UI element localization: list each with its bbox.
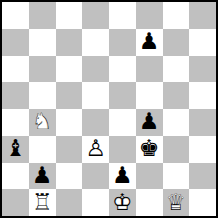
black-pawn-icon: ♟ (32, 163, 53, 186)
square-b3[interactable] (29, 136, 56, 163)
square-h2[interactable] (189, 163, 216, 190)
piece-black-pawn[interactable]: ♟ (136, 29, 163, 56)
square-f2[interactable] (136, 163, 163, 190)
piece-white-rook[interactable]: ♜♖ (29, 189, 56, 216)
square-h3[interactable] (189, 136, 216, 163)
square-c5[interactable] (56, 82, 83, 109)
square-a5[interactable] (2, 82, 29, 109)
square-h5[interactable] (189, 82, 216, 109)
square-h1[interactable] (189, 189, 216, 216)
square-f8[interactable] (136, 2, 163, 29)
piece-white-pawn[interactable]: ♟♙ (82, 136, 109, 163)
square-d8[interactable] (82, 2, 109, 29)
white-rook-icon: ♖ (32, 190, 53, 213)
chess-board: ♟♞♘♟♝♟♙♚♟♟♜♖♚♔♛♕ (0, 0, 218, 218)
white-queen-icon: ♕ (166, 190, 187, 213)
square-a7[interactable] (2, 29, 29, 56)
black-pawn-icon: ♟ (139, 110, 160, 133)
square-b6[interactable] (29, 56, 56, 83)
square-a6[interactable] (2, 56, 29, 83)
square-g5[interactable] (163, 82, 190, 109)
square-f7[interactable]: ♟ (136, 29, 163, 56)
piece-black-pawn[interactable]: ♟ (29, 163, 56, 190)
square-h6[interactable] (189, 56, 216, 83)
piece-black-pawn[interactable]: ♟ (136, 109, 163, 136)
piece-white-knight[interactable]: ♞♘ (29, 109, 56, 136)
square-e8[interactable] (109, 2, 136, 29)
piece-black-king[interactable]: ♚ (136, 136, 163, 163)
square-b1[interactable]: ♜♖ (29, 189, 56, 216)
square-g2[interactable] (163, 163, 190, 190)
square-f3[interactable]: ♚ (136, 136, 163, 163)
square-b5[interactable] (29, 82, 56, 109)
chess-diagram: ♟♞♘♟♝♟♙♚♟♟♜♖♚♔♛♕ (0, 0, 218, 218)
square-f1[interactable] (136, 189, 163, 216)
square-e5[interactable] (109, 82, 136, 109)
square-f4[interactable]: ♟ (136, 109, 163, 136)
square-g4[interactable] (163, 109, 190, 136)
square-e2[interactable]: ♟ (109, 163, 136, 190)
square-c2[interactable] (56, 163, 83, 190)
black-bishop-icon: ♝ (5, 137, 26, 160)
square-c1[interactable] (56, 189, 83, 216)
square-a1[interactable] (2, 189, 29, 216)
square-c6[interactable] (56, 56, 83, 83)
piece-black-pawn[interactable]: ♟ (109, 163, 136, 190)
square-c3[interactable] (56, 136, 83, 163)
square-d1[interactable] (82, 189, 109, 216)
square-b4[interactable]: ♞♘ (29, 109, 56, 136)
square-e4[interactable] (109, 109, 136, 136)
square-d7[interactable] (82, 29, 109, 56)
square-d2[interactable] (82, 163, 109, 190)
square-d6[interactable] (82, 56, 109, 83)
square-g8[interactable] (163, 2, 190, 29)
piece-black-bishop[interactable]: ♝ (2, 136, 29, 163)
square-a3[interactable]: ♝ (2, 136, 29, 163)
square-e6[interactable] (109, 56, 136, 83)
square-b2[interactable]: ♟ (29, 163, 56, 190)
white-pawn-icon: ♙ (85, 137, 106, 160)
black-pawn-icon: ♟ (112, 163, 133, 186)
square-d4[interactable] (82, 109, 109, 136)
square-a4[interactable] (2, 109, 29, 136)
square-f6[interactable] (136, 56, 163, 83)
square-g6[interactable] (163, 56, 190, 83)
black-king-icon: ♚ (139, 137, 160, 160)
square-c7[interactable] (56, 29, 83, 56)
square-h8[interactable] (189, 2, 216, 29)
white-knight-icon: ♘ (32, 110, 53, 133)
square-d3[interactable]: ♟♙ (82, 136, 109, 163)
white-king-icon: ♔ (112, 190, 133, 213)
square-c8[interactable] (56, 2, 83, 29)
square-g3[interactable] (163, 136, 190, 163)
square-a8[interactable] (2, 2, 29, 29)
square-c4[interactable] (56, 109, 83, 136)
piece-white-king[interactable]: ♚♔ (109, 189, 136, 216)
square-h4[interactable] (189, 109, 216, 136)
piece-white-queen[interactable]: ♛♕ (163, 189, 190, 216)
square-h7[interactable] (189, 29, 216, 56)
square-e3[interactable] (109, 136, 136, 163)
square-g1[interactable]: ♛♕ (163, 189, 190, 216)
square-e1[interactable]: ♚♔ (109, 189, 136, 216)
square-a2[interactable] (2, 163, 29, 190)
square-d5[interactable] (82, 82, 109, 109)
square-g7[interactable] (163, 29, 190, 56)
black-pawn-icon: ♟ (139, 30, 160, 53)
square-f5[interactable] (136, 82, 163, 109)
square-b8[interactable] (29, 2, 56, 29)
square-e7[interactable] (109, 29, 136, 56)
square-b7[interactable] (29, 29, 56, 56)
